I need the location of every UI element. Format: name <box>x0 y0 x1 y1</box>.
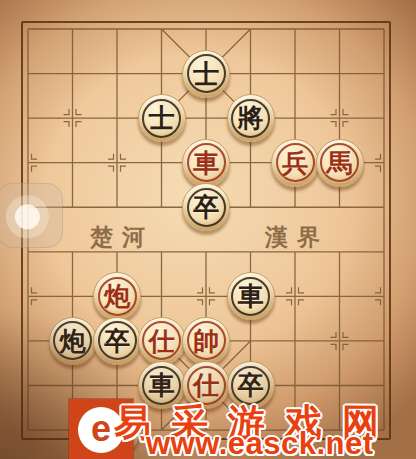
piece-layer: 士士將車兵馬卒炮車炮卒仕帥車仕卒 <box>6 7 407 452</box>
piece-red-soldier[interactable]: 兵 <box>271 139 319 187</box>
piece-black-soldier[interactable]: 卒 <box>93 317 141 365</box>
piece-black-cannon[interactable]: 炮 <box>49 317 97 365</box>
piece-character: 炮 <box>104 283 130 309</box>
piece-character: 仕 <box>193 372 219 398</box>
piece-character: 車 <box>238 283 264 309</box>
piece-character: 卒 <box>193 194 219 220</box>
piece-red-advisor[interactable]: 仕 <box>138 317 186 365</box>
piece-black-advisor[interactable]: 士 <box>138 94 186 142</box>
piece-character: 仕 <box>149 328 175 354</box>
piece-red-chariot[interactable]: 車 <box>182 139 230 187</box>
piece-red-cannon[interactable]: 炮 <box>93 272 141 320</box>
piece-character: 車 <box>193 150 219 176</box>
xiangqi-game-screen: 楚河 漢界 士士將車兵馬卒炮車炮卒仕帥車仕卒 e 易采游戏网 www.easck… <box>0 0 416 459</box>
piece-character: 帥 <box>193 328 219 354</box>
floating-assistive-button[interactable] <box>0 183 63 248</box>
piece-character: 士 <box>149 105 175 131</box>
piece-character: 卒 <box>238 372 264 398</box>
piece-black-soldier[interactable]: 卒 <box>182 183 230 231</box>
piece-red-general[interactable]: 帥 <box>182 317 230 365</box>
watermark-site-url: www.easck.net <box>146 426 374 459</box>
piece-character: 馬 <box>327 150 353 176</box>
piece-character: 炮 <box>60 328 86 354</box>
piece-character: 兵 <box>282 150 308 176</box>
piece-black-general[interactable]: 將 <box>227 94 275 142</box>
piece-red-horse[interactable]: 馬 <box>316 139 364 187</box>
piece-character: 士 <box>193 61 219 87</box>
piece-character: 將 <box>238 105 264 131</box>
piece-black-advisor[interactable]: 士 <box>182 50 230 98</box>
watermark-logo-letter: e <box>91 411 111 447</box>
piece-character: 卒 <box>104 328 130 354</box>
piece-black-chariot[interactable]: 車 <box>227 272 275 320</box>
piece-character: 車 <box>149 372 175 398</box>
